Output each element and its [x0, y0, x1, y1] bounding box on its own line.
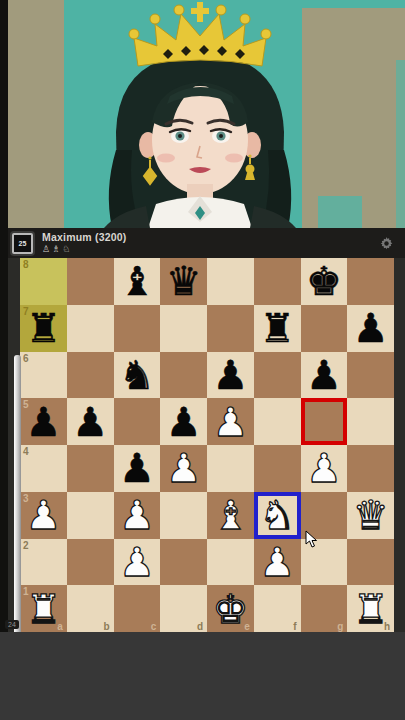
square-d5[interactable]: ♟ [160, 398, 207, 445]
square-f8[interactable] [254, 258, 301, 305]
white-pawn-e5[interactable]: ♟ [207, 398, 254, 445]
black-pawn-h7[interactable]: ♟ [347, 305, 394, 352]
square-a4[interactable]: 4 [20, 445, 67, 492]
square-h8[interactable] [347, 258, 394, 305]
square-h1[interactable]: h♜ [347, 585, 394, 632]
square-d1[interactable]: d [160, 585, 207, 632]
square-h5[interactable] [347, 398, 394, 445]
black-pawn-g6[interactable]: ♟ [301, 352, 348, 399]
square-c7[interactable] [114, 305, 161, 352]
engine-meta: Maximum (3200) ♙ ♗ ♘ [42, 232, 127, 253]
square-c2[interactable]: ♟ [114, 539, 161, 586]
app-stage: 25 Maximum (3200) ♙ ♗ ♘ 8♝♛♚7♜♜♟6♞♟♟5♟♟♟… [0, 0, 405, 720]
black-pawn-b5[interactable]: ♟ [67, 398, 114, 445]
square-b7[interactable] [67, 305, 114, 352]
hero-illustration [0, 0, 405, 228]
square-c4[interactable]: ♟ [114, 445, 161, 492]
captured-knight-icon: ♘ [62, 245, 70, 254]
square-h2[interactable] [347, 539, 394, 586]
engine-bar: 25 Maximum (3200) ♙ ♗ ♘ [0, 228, 405, 258]
board-area: 8♝♛♚7♜♜♟6♞♟♟5♟♟♟♟4♟♟♟3♟♟♝♞♛2♟♟1a♜bcde♚fg… [0, 258, 405, 632]
rank-label-5: 5 [23, 399, 29, 410]
square-g4[interactable]: ♟ [301, 445, 348, 492]
square-g8[interactable]: ♚ [301, 258, 348, 305]
square-b1[interactable]: b [67, 585, 114, 632]
white-queen-h3[interactable]: ♛ [347, 492, 394, 539]
square-b2[interactable] [67, 539, 114, 586]
square-e8[interactable] [207, 258, 254, 305]
rank-label-7: 7 [23, 306, 29, 317]
square-c3[interactable]: ♟ [114, 492, 161, 539]
square-h6[interactable] [347, 352, 394, 399]
black-bishop-c8[interactable]: ♝ [114, 258, 161, 305]
rank-label-6: 6 [23, 353, 29, 364]
file-label-c: c [151, 621, 157, 632]
square-f5[interactable] [254, 398, 301, 445]
file-label-h: h [384, 621, 390, 632]
left-edge-bar [0, 0, 8, 632]
square-a3[interactable]: 3♟ [20, 492, 67, 539]
square-c8[interactable]: ♝ [114, 258, 161, 305]
rank-label-8: 8 [23, 259, 29, 270]
square-c1[interactable]: c [114, 585, 161, 632]
square-e7[interactable] [207, 305, 254, 352]
square-b3[interactable] [67, 492, 114, 539]
square-d8[interactable]: ♛ [160, 258, 207, 305]
file-label-e: e [244, 621, 250, 632]
square-e6[interactable]: ♟ [207, 352, 254, 399]
settings-gear-icon[interactable] [380, 237, 393, 250]
square-e2[interactable] [207, 539, 254, 586]
square-a6[interactable]: 6 [20, 352, 67, 399]
file-label-b: b [103, 621, 109, 632]
queen-portrait-art [0, 0, 405, 228]
rank-label-3: 3 [23, 493, 29, 504]
square-f1[interactable]: f [254, 585, 301, 632]
square-d7[interactable] [160, 305, 207, 352]
square-g6[interactable]: ♟ [301, 352, 348, 399]
square-d4[interactable]: ♟ [160, 445, 207, 492]
mouse-cursor [305, 530, 318, 548]
square-a2[interactable]: 2 [20, 539, 67, 586]
move-number-badge: 24 [5, 620, 19, 629]
white-pawn-c2[interactable]: ♟ [114, 539, 161, 586]
square-d3[interactable] [160, 492, 207, 539]
white-knight-f3[interactable]: ♞ [254, 492, 301, 539]
file-label-g: g [337, 621, 343, 632]
white-pawn-g4[interactable]: ♟ [301, 445, 348, 492]
white-pawn-c3[interactable]: ♟ [114, 492, 161, 539]
square-e4[interactable] [207, 445, 254, 492]
square-b8[interactable] [67, 258, 114, 305]
square-g1[interactable]: g [301, 585, 348, 632]
square-g7[interactable] [301, 305, 348, 352]
captured-bishop-icon: ♗ [52, 245, 60, 254]
square-b6[interactable] [67, 352, 114, 399]
square-f6[interactable] [254, 352, 301, 399]
square-c6[interactable]: ♞ [114, 352, 161, 399]
square-h3[interactable]: ♛ [347, 492, 394, 539]
black-pawn-e6[interactable]: ♟ [207, 352, 254, 399]
square-a1[interactable]: 1a♜ [20, 585, 67, 632]
square-f4[interactable] [254, 445, 301, 492]
square-b4[interactable] [67, 445, 114, 492]
square-h4[interactable] [347, 445, 394, 492]
square-a7[interactable]: 7♜ [20, 305, 67, 352]
file-label-d: d [197, 621, 203, 632]
black-knight-c6[interactable]: ♞ [114, 352, 161, 399]
square-f3[interactable]: ♞ [254, 492, 301, 539]
file-label-a: a [57, 621, 63, 632]
black-pawn-d5[interactable]: ♟ [160, 398, 207, 445]
rank-label-2: 2 [23, 540, 29, 551]
white-pawn-f2[interactable]: ♟ [254, 539, 301, 586]
vertical-scrollbar[interactable] [14, 355, 21, 641]
white-pawn-d4[interactable]: ♟ [160, 445, 207, 492]
rank-label-1: 1 [23, 586, 29, 597]
black-rook-f7[interactable]: ♜ [254, 305, 301, 352]
square-h7[interactable]: ♟ [347, 305, 394, 352]
square-c5[interactable] [114, 398, 161, 445]
captured-pieces-row: ♙ ♗ ♘ [42, 245, 127, 254]
square-b5[interactable]: ♟ [67, 398, 114, 445]
file-label-f: f [293, 621, 296, 632]
black-king-g8[interactable]: ♚ [301, 258, 348, 305]
black-pawn-c4[interactable]: ♟ [114, 445, 161, 492]
square-g5[interactable] [301, 398, 348, 445]
square-e1[interactable]: e♚ [207, 585, 254, 632]
white-bishop-e3[interactable]: ♝ [207, 492, 254, 539]
rank-label-4: 4 [23, 446, 29, 457]
chess-board: 8♝♛♚7♜♜♟6♞♟♟5♟♟♟♟4♟♟♟3♟♟♝♞♛2♟♟1a♜bcde♚fg… [20, 258, 394, 632]
engine-chip-icon: 25 [12, 233, 33, 254]
captured-pawn-icon: ♙ [42, 245, 50, 254]
square-d6[interactable] [160, 352, 207, 399]
engine-depth-badge: 25 [19, 240, 27, 247]
black-queen-d8[interactable]: ♛ [160, 258, 207, 305]
square-a8[interactable]: 8 [20, 258, 67, 305]
square-e5[interactable]: ♟ [207, 398, 254, 445]
engine-strength-label: Maximum (3200) [42, 232, 127, 243]
square-d2[interactable] [160, 539, 207, 586]
square-e3[interactable]: ♝ [207, 492, 254, 539]
square-f2[interactable]: ♟ [254, 539, 301, 586]
bottom-strip [0, 632, 405, 720]
square-f7[interactable]: ♜ [254, 305, 301, 352]
square-a5[interactable]: 5♟ [20, 398, 67, 445]
